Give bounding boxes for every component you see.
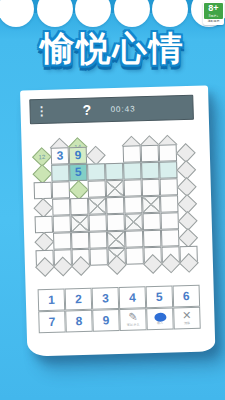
numpad-key-3[interactable]: 3 [92, 287, 120, 310]
numpad-key-7[interactable]: 7 [38, 310, 66, 333]
kakuro-cell-r8-c0 [36, 267, 54, 276]
kakuro-cell-r3-c4 [106, 180, 124, 197]
numpad-key-label: 3 [102, 291, 109, 305]
kakuro-cell-r8-c7 [162, 263, 180, 272]
kakuro-board: 1412395 [32, 135, 198, 276]
puzzle-paper: ⋮ ? 00:43 1412395 123456789✎笔记 开关填入✕清除 [20, 85, 215, 356]
numpad-key-9[interactable]: 9 [92, 309, 120, 332]
numpad-key-1[interactable]: 1 [38, 288, 66, 311]
kakuro-cell-r4-c5[interactable] [124, 196, 142, 213]
numpad-key-label: 9 [102, 313, 109, 327]
kakuro-cell-r3-c6[interactable] [142, 179, 160, 196]
kakuro-cell-r6-c5[interactable] [125, 230, 143, 247]
kakuro-cell-r6-c3[interactable] [89, 231, 107, 248]
kakuro-cell-r3-c5[interactable] [124, 179, 142, 196]
kakuro-cell-r2-c0 [33, 165, 51, 182]
kakuro-cell-r4-c3 [88, 197, 106, 214]
pencil-notes-button[interactable]: ✎笔记 开关 [119, 308, 147, 331]
pen-fill-button[interactable]: 填入 [146, 307, 174, 330]
kakuro-cell-r5-c8 [178, 212, 196, 229]
numpad-key-5[interactable]: 5 [146, 285, 174, 308]
numpad-key-label: 2 [75, 292, 82, 306]
kakuro-cell-r5-c6[interactable] [143, 213, 161, 230]
kakuro-cell-r5-c2 [71, 215, 89, 232]
awning-scallop [152, 0, 188, 27]
age-rating-notice: 适龄提示 [204, 19, 223, 24]
pencil-label: 笔记 开关 [121, 323, 146, 327]
kakuro-cell-r4-c7[interactable] [160, 195, 178, 212]
game-screen: 愉悦心情 8+ 8周岁+ 适龄提示 ⋮ ? 00:43 1412395 1234… [0, 0, 225, 400]
kakuro-cell-r6-c2[interactable] [71, 232, 89, 249]
kakuro-cell-r5-c5 [125, 213, 143, 230]
kakuro-cell-r4-c2[interactable] [70, 198, 88, 215]
age-rating-value: 8+ [204, 3, 223, 14]
kakuro-cell-r4-c1[interactable] [52, 198, 70, 215]
kakuro-cell-r2-c2[interactable]: 5 [69, 164, 87, 181]
kakuro-cell-r3-c8 [178, 178, 196, 195]
kakuro-cell-r6-c0 [35, 233, 53, 250]
kakuro-cell-r8-c3 [90, 265, 108, 274]
kakuro-cell-r4-c4[interactable] [106, 197, 124, 214]
timer: 00:43 [110, 103, 135, 115]
kakuro-cell-r3-c7[interactable] [160, 178, 178, 195]
numpad-key-8[interactable]: 8 [65, 310, 93, 333]
kakuro-cell-r6-c6[interactable] [143, 230, 161, 247]
kakuro-cell-r2-c3[interactable] [87, 163, 105, 180]
kakuro-cell-r2-c1[interactable] [51, 164, 69, 181]
kakuro-cell-r2-c7[interactable] [159, 161, 177, 178]
kakuro-cell-r3-c0[interactable] [34, 182, 52, 199]
kakuro-cell-r5-c7[interactable] [161, 212, 179, 229]
age-rating-badge: 8+ 8周岁+ 适龄提示 [203, 2, 224, 25]
erase-label: 清除 [175, 322, 200, 326]
kakuro-cell-r1-c6[interactable] [141, 145, 159, 162]
awning-scallop [37, 0, 73, 27]
kakuro-cell-r5-c4[interactable] [107, 214, 125, 231]
numpad: 123456789✎笔记 开关填入✕清除 [38, 285, 201, 334]
kakuro-cell-r3-c2 [70, 181, 88, 198]
numpad-key-label: 6 [183, 289, 190, 303]
menu-icon[interactable]: ⋮ [35, 103, 47, 120]
numpad-key-label: 4 [129, 290, 136, 304]
numpad-key-label: 7 [48, 315, 55, 329]
kakuro-cell-r6-c7[interactable] [161, 229, 179, 246]
kakuro-cell-r6-c8 [179, 229, 197, 246]
awning-scallop [75, 0, 111, 27]
numpad-key-4[interactable]: 4 [119, 286, 147, 309]
kakuro-cell-r1-c2[interactable]: 9 [69, 147, 87, 164]
toolbar: ⋮ ? 00:43 [29, 95, 194, 125]
kakuro-cell-r8-c5 [126, 264, 144, 273]
kakuro-cell-r2-c5[interactable] [123, 162, 141, 179]
clue-sum: 12 [36, 151, 48, 163]
kakuro-cell-r1-c8 [177, 144, 195, 161]
kakuro-cell-r8-c6 [144, 264, 162, 273]
kakuro-cell-r5-c1[interactable] [53, 215, 71, 232]
awning-scallop [0, 0, 34, 27]
kakuro-cell-r3-c3[interactable] [88, 180, 106, 197]
kakuro-cell-r4-c0 [34, 199, 52, 216]
kakuro-cell-r8-c8 [180, 263, 198, 272]
kakuro-cell-r4-c6 [142, 196, 160, 213]
kakuro-cell-r5-c0[interactable] [35, 216, 53, 233]
kakuro-cell-r6-c1[interactable] [53, 232, 71, 249]
awning-scallop [114, 0, 150, 27]
kakuro-cell-r5-c3[interactable] [89, 214, 107, 231]
kakuro-cell-r2-c4[interactable] [105, 163, 123, 180]
page-title: 愉悦心情 [0, 26, 225, 72]
kakuro-cell-r8-c1 [54, 266, 72, 275]
kakuro-cell-r1-c4 [105, 146, 123, 163]
pen-label: 填入 [148, 321, 173, 325]
kakuro-cell-r8-c2 [72, 266, 90, 275]
kakuro-cell-r1-c5[interactable] [123, 145, 141, 162]
kakuro-cell-r1-c1[interactable]: 3 [51, 147, 69, 164]
kakuro-cell-r8-c4 [108, 265, 126, 274]
kakuro-cell-r1-c3 [87, 146, 105, 163]
numpad-key-label: 5 [156, 290, 163, 304]
help-icon[interactable]: ? [82, 101, 91, 120]
kakuro-cell-r1-c0: 12 [33, 148, 51, 165]
kakuro-cell-r3-c1[interactable] [52, 181, 70, 198]
numpad-key-2[interactable]: 2 [65, 288, 93, 311]
kakuro-cell-r6-c4 [107, 231, 125, 248]
kakuro-cell-r7-c3[interactable] [89, 248, 107, 265]
age-rating-green-box: 8+ 8周岁+ [204, 3, 223, 19]
erase-button[interactable]: ✕清除 [173, 307, 201, 330]
numpad-key-label: 1 [48, 293, 55, 307]
kakuro-cell-r2-c8 [177, 161, 195, 178]
numpad-key-label: 8 [75, 314, 82, 328]
kakuro-cell-r2-c6[interactable] [141, 162, 159, 179]
kakuro-cell-r4-c8 [178, 195, 196, 212]
kakuro-cell-r7-c5[interactable] [125, 247, 143, 264]
numpad-key-6[interactable]: 6 [173, 285, 201, 308]
kakuro-cell-r1-c7[interactable] [159, 144, 177, 161]
